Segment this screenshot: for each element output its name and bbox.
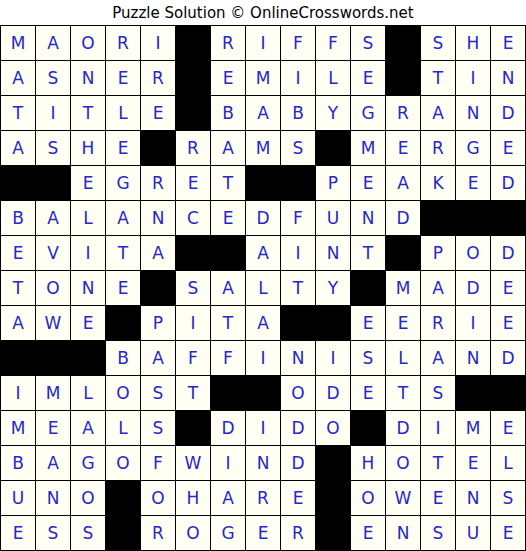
letter-cell: I: [456, 306, 490, 340]
letter-cell: L: [491, 446, 525, 480]
black-cell: [281, 306, 315, 340]
letter-cell: B: [281, 96, 315, 130]
letter-cell: L: [106, 96, 140, 130]
letter-cell: Y: [316, 271, 350, 305]
black-cell: [176, 61, 210, 95]
letter-cell: A: [1, 131, 35, 165]
letter-cell: M: [386, 271, 420, 305]
letter-cell: I: [176, 306, 210, 340]
letter-cell: G: [211, 516, 245, 550]
letter-cell: N: [456, 341, 490, 375]
puzzle-solution-page: Puzzle Solution © OnlineCrosswords.net M…: [0, 0, 526, 551]
letter-cell: D: [281, 411, 315, 445]
black-cell: [316, 516, 350, 550]
letter-cell: I: [71, 236, 105, 270]
black-cell: [106, 306, 140, 340]
letter-cell: E: [246, 516, 280, 550]
letter-cell: E: [351, 376, 385, 410]
letter-cell: K: [421, 166, 455, 200]
letter-cell: S: [71, 516, 105, 550]
letter-cell: O: [351, 481, 385, 515]
letter-cell: N: [456, 481, 490, 515]
letter-cell: R: [141, 516, 175, 550]
black-cell: [1, 341, 35, 375]
letter-cell: I: [456, 61, 490, 95]
letter-cell: O: [106, 446, 140, 480]
letter-cell: F: [281, 26, 315, 60]
letter-cell: B: [1, 201, 35, 235]
letter-cell: G: [71, 446, 105, 480]
letter-cell: N: [456, 96, 490, 130]
letter-cell: S: [36, 516, 70, 550]
letter-cell: D: [456, 271, 490, 305]
letter-cell: P: [316, 166, 350, 200]
black-cell: [421, 201, 455, 235]
letter-cell: T: [281, 271, 315, 305]
black-cell: [36, 341, 70, 375]
letter-cell: I: [246, 26, 280, 60]
letter-cell: L: [246, 271, 280, 305]
letter-cell: I: [246, 341, 280, 375]
letter-cell: E: [71, 166, 105, 200]
black-cell: [246, 376, 280, 410]
letter-cell: N: [71, 271, 105, 305]
letter-cell: S: [351, 341, 385, 375]
letter-cell: E: [491, 306, 525, 340]
letter-cell: A: [36, 446, 70, 480]
letter-cell: T: [386, 376, 420, 410]
letter-cell: A: [211, 131, 245, 165]
letter-cell: E: [491, 516, 525, 550]
black-cell: [351, 271, 385, 305]
black-cell: [456, 376, 490, 410]
letter-cell: D: [491, 166, 525, 200]
letter-cell: O: [281, 376, 315, 410]
letter-cell: G: [351, 96, 385, 130]
letter-cell: R: [421, 131, 455, 165]
letter-cell: R: [106, 26, 140, 60]
letter-cell: W: [386, 481, 420, 515]
letter-cell: E: [141, 96, 175, 130]
letter-cell: R: [246, 481, 280, 515]
letter-cell: T: [1, 96, 35, 130]
letter-cell: H: [351, 446, 385, 480]
letter-cell: D: [386, 201, 420, 235]
letter-cell: N: [36, 481, 70, 515]
letter-cell: A: [141, 236, 175, 270]
black-cell: [141, 271, 175, 305]
letter-cell: P: [421, 236, 455, 270]
letter-cell: A: [36, 26, 70, 60]
letter-cell: S: [281, 131, 315, 165]
letter-cell: M: [36, 376, 70, 410]
letter-cell: R: [141, 61, 175, 95]
letter-cell: A: [106, 201, 140, 235]
letter-cell: E: [106, 271, 140, 305]
letter-cell: O: [71, 481, 105, 515]
letter-cell: A: [211, 271, 245, 305]
letter-cell: H: [456, 26, 490, 60]
black-cell: [316, 131, 350, 165]
letter-cell: Y: [316, 96, 350, 130]
letter-cell: B: [106, 341, 140, 375]
letter-cell: I: [281, 236, 315, 270]
letter-cell: O: [456, 236, 490, 270]
letter-cell: H: [71, 131, 105, 165]
letter-cell: N: [71, 61, 105, 95]
letter-cell: U: [1, 481, 35, 515]
letter-cell: A: [211, 481, 245, 515]
letter-cell: E: [36, 411, 70, 445]
black-cell: [386, 61, 420, 95]
letter-cell: O: [71, 26, 105, 60]
letter-cell: M: [456, 411, 490, 445]
letter-cell: L: [386, 341, 420, 375]
letter-cell: T: [176, 376, 210, 410]
letter-cell: N: [316, 236, 350, 270]
letter-cell: N: [386, 516, 420, 550]
letter-cell: E: [106, 61, 140, 95]
letter-cell: S: [351, 26, 385, 60]
black-cell: [1, 166, 35, 200]
letter-cell: B: [211, 96, 245, 130]
black-cell: [106, 481, 140, 515]
letter-cell: D: [246, 201, 280, 235]
letter-cell: T: [1, 271, 35, 305]
letter-cell: A: [246, 236, 280, 270]
letter-cell: I: [141, 26, 175, 60]
letter-cell: A: [421, 341, 455, 375]
black-cell: [351, 411, 385, 445]
letter-cell: N: [141, 201, 175, 235]
letter-cell: T: [211, 166, 245, 200]
letter-cell: S: [421, 376, 455, 410]
letter-cell: E: [106, 131, 140, 165]
letter-cell: R: [281, 516, 315, 550]
letter-cell: R: [176, 131, 210, 165]
letter-cell: F: [316, 26, 350, 60]
black-cell: [386, 236, 420, 270]
letter-cell: I: [281, 61, 315, 95]
letter-cell: E: [211, 61, 245, 95]
letter-cell: D: [491, 236, 525, 270]
letter-cell: E: [491, 26, 525, 60]
letter-cell: M: [351, 131, 385, 165]
letter-cell: A: [421, 96, 455, 130]
letter-cell: E: [176, 166, 210, 200]
black-cell: [176, 236, 210, 270]
letter-cell: O: [106, 376, 140, 410]
letter-cell: R: [386, 96, 420, 130]
letter-cell: C: [176, 201, 210, 235]
black-cell: [36, 166, 70, 200]
letter-cell: T: [211, 306, 245, 340]
letter-cell: O: [36, 271, 70, 305]
black-cell: [491, 201, 525, 235]
letter-cell: N: [281, 341, 315, 375]
letter-cell: A: [36, 201, 70, 235]
letter-cell: M: [1, 411, 35, 445]
letter-cell: E: [71, 306, 105, 340]
letter-cell: E: [211, 201, 245, 235]
black-cell: [316, 306, 350, 340]
letter-cell: A: [386, 166, 420, 200]
letter-cell: G: [106, 166, 140, 200]
letter-cell: R: [141, 166, 175, 200]
letter-cell: M: [246, 131, 280, 165]
letter-cell: F: [281, 201, 315, 235]
letter-cell: E: [1, 236, 35, 270]
letter-cell: L: [316, 61, 350, 95]
letter-cell: M: [246, 61, 280, 95]
black-cell: [141, 131, 175, 165]
letter-cell: G: [456, 131, 490, 165]
letter-cell: F: [176, 341, 210, 375]
letter-cell: A: [246, 96, 280, 130]
letter-cell: S: [421, 516, 455, 550]
letter-cell: E: [421, 481, 455, 515]
letter-cell: E: [386, 306, 420, 340]
letter-cell: A: [1, 61, 35, 95]
letter-cell: T: [351, 236, 385, 270]
black-cell: [491, 376, 525, 410]
letter-cell: D: [211, 411, 245, 445]
letter-cell: S: [421, 26, 455, 60]
letter-cell: N: [351, 201, 385, 235]
letter-cell: T: [106, 236, 140, 270]
letter-cell: S: [141, 411, 175, 445]
black-cell: [176, 96, 210, 130]
letter-cell: W: [176, 446, 210, 480]
letter-cell: O: [386, 446, 420, 480]
black-cell: [456, 201, 490, 235]
letter-cell: M: [1, 26, 35, 60]
letter-cell: O: [141, 481, 175, 515]
letter-cell: A: [141, 341, 175, 375]
letter-cell: A: [421, 271, 455, 305]
letter-cell: O: [176, 516, 210, 550]
letter-cell: E: [351, 61, 385, 95]
letter-cell: S: [141, 376, 175, 410]
letter-cell: F: [211, 341, 245, 375]
letter-cell: E: [1, 516, 35, 550]
letter-cell: R: [421, 306, 455, 340]
letter-cell: S: [36, 131, 70, 165]
black-cell: [246, 166, 280, 200]
black-cell: [281, 166, 315, 200]
letter-cell: L: [71, 201, 105, 235]
letter-cell: A: [246, 306, 280, 340]
letter-cell: D: [491, 96, 525, 130]
letter-cell: I: [421, 411, 455, 445]
letter-cell: E: [491, 131, 525, 165]
letter-cell: V: [36, 236, 70, 270]
black-cell: [106, 516, 140, 550]
letter-cell: A: [1, 306, 35, 340]
black-cell: [71, 341, 105, 375]
letter-cell: N: [246, 446, 280, 480]
letter-cell: I: [211, 446, 245, 480]
black-cell: [386, 26, 420, 60]
letter-cell: W: [36, 306, 70, 340]
letter-cell: A: [71, 411, 105, 445]
letter-cell: F: [141, 446, 175, 480]
letter-cell: E: [456, 446, 490, 480]
black-cell: [176, 411, 210, 445]
black-cell: [316, 446, 350, 480]
letter-cell: S: [36, 61, 70, 95]
letter-cell: E: [386, 131, 420, 165]
letter-cell: E: [456, 166, 490, 200]
letter-cell: U: [316, 201, 350, 235]
letter-cell: N: [491, 61, 525, 95]
letter-cell: O: [316, 411, 350, 445]
letter-cell: L: [71, 376, 105, 410]
letter-cell: I: [316, 341, 350, 375]
letter-cell: I: [36, 96, 70, 130]
letter-cell: D: [316, 376, 350, 410]
letter-cell: E: [491, 411, 525, 445]
letter-cell: D: [491, 341, 525, 375]
page-title: Puzzle Solution © OnlineCrosswords.net: [112, 4, 413, 22]
letter-cell: I: [246, 411, 280, 445]
letter-cell: R: [211, 26, 245, 60]
letter-cell: I: [1, 376, 35, 410]
letter-cell: P: [141, 306, 175, 340]
black-cell: [211, 236, 245, 270]
letter-cell: E: [281, 481, 315, 515]
letter-cell: L: [106, 411, 140, 445]
letter-cell: D: [281, 446, 315, 480]
letter-cell: T: [421, 61, 455, 95]
letter-cell: E: [491, 271, 525, 305]
letter-cell: S: [491, 481, 525, 515]
letter-cell: E: [351, 516, 385, 550]
letter-cell: E: [351, 306, 385, 340]
letter-cell: E: [351, 166, 385, 200]
black-cell: [176, 26, 210, 60]
black-cell: [316, 481, 350, 515]
letter-cell: B: [1, 446, 35, 480]
letter-cell: T: [421, 446, 455, 480]
letter-cell: U: [456, 516, 490, 550]
letter-cell: H: [176, 481, 210, 515]
black-cell: [211, 376, 245, 410]
letter-cell: D: [386, 411, 420, 445]
title-bar: Puzzle Solution © OnlineCrosswords.net: [0, 0, 526, 25]
letter-cell: S: [176, 271, 210, 305]
crossword-grid: MAORIRIFFSSHEASNEREMILETINTITLEBABYGRAND…: [0, 25, 526, 551]
letter-cell: T: [71, 96, 105, 130]
